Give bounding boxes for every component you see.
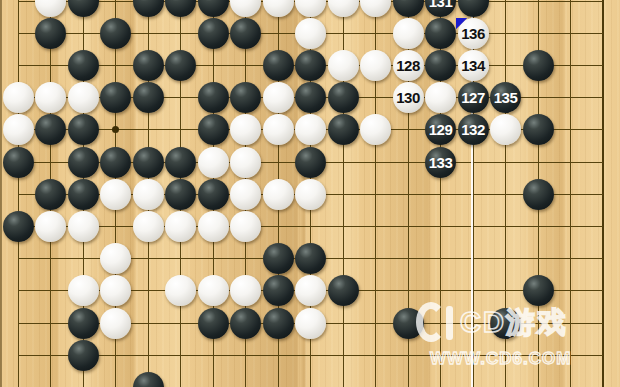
- stone-black[interactable]: [328, 82, 359, 113]
- stone-black[interactable]: [198, 82, 229, 113]
- stone-white[interactable]: [230, 211, 261, 242]
- stone-white[interactable]: [133, 211, 164, 242]
- stone-black[interactable]: [295, 82, 326, 113]
- stone-white[interactable]: [295, 308, 326, 339]
- move-number-label: 133: [429, 155, 453, 170]
- move-number-label: 127: [461, 90, 485, 105]
- stone-black[interactable]: [165, 50, 196, 81]
- stone-black[interactable]: [3, 147, 34, 178]
- stone-white[interactable]: [165, 211, 196, 242]
- stone-white[interactable]: [230, 147, 261, 178]
- move-number-label: 135: [494, 90, 518, 105]
- stone-white[interactable]: [393, 18, 424, 49]
- cd-logo-icon: [416, 300, 460, 346]
- stone-black[interactable]: 135: [490, 82, 521, 113]
- stone-white[interactable]: [263, 114, 294, 145]
- stone-white[interactable]: [263, 82, 294, 113]
- move-number-label: 132: [461, 122, 485, 137]
- move-number-label: 136: [461, 26, 485, 41]
- stone-black[interactable]: [198, 308, 229, 339]
- stone-white[interactable]: [230, 179, 261, 210]
- stone-black[interactable]: [263, 308, 294, 339]
- stone-black[interactable]: [230, 308, 261, 339]
- stone-black[interactable]: [198, 18, 229, 49]
- stone-white[interactable]: [198, 275, 229, 306]
- stone-white[interactable]: [3, 82, 34, 113]
- stone-black[interactable]: [68, 308, 99, 339]
- stone-black[interactable]: [35, 179, 66, 210]
- stone-black[interactable]: [100, 82, 131, 113]
- stone-black[interactable]: [100, 147, 131, 178]
- stone-white[interactable]: [198, 211, 229, 242]
- stone-white[interactable]: 128: [393, 50, 424, 81]
- watermark-url: WWW.CD6.COM: [430, 349, 616, 369]
- stone-white[interactable]: 134: [458, 50, 489, 81]
- stone-white[interactable]: [360, 50, 391, 81]
- stone-black[interactable]: [425, 50, 456, 81]
- stone-black[interactable]: [230, 18, 261, 49]
- stone-white[interactable]: [35, 82, 66, 113]
- stone-white[interactable]: [263, 179, 294, 210]
- move-number-label: 128: [396, 58, 420, 73]
- stone-black[interactable]: [165, 147, 196, 178]
- stone-black[interactable]: [68, 147, 99, 178]
- stone-white[interactable]: [68, 211, 99, 242]
- stone-black[interactable]: [263, 275, 294, 306]
- stone-white[interactable]: [3, 114, 34, 145]
- stone-white[interactable]: 130: [393, 82, 424, 113]
- move-number-label: 130: [396, 90, 420, 105]
- grid-hline: [18, 226, 603, 227]
- stone-black[interactable]: [68, 114, 99, 145]
- watermark-logo-text: CD游戏: [460, 303, 568, 343]
- stone-black[interactable]: [133, 50, 164, 81]
- stone-black[interactable]: [68, 340, 99, 371]
- stone-white[interactable]: [295, 18, 326, 49]
- stone-black[interactable]: [523, 50, 554, 81]
- stone-white[interactable]: [68, 275, 99, 306]
- stone-black[interactable]: [295, 243, 326, 274]
- stone-white[interactable]: [100, 179, 131, 210]
- stone-black[interactable]: [328, 114, 359, 145]
- stone-black[interactable]: 132: [458, 114, 489, 145]
- stone-black[interactable]: [295, 50, 326, 81]
- stone-white[interactable]: [295, 179, 326, 210]
- stone-white[interactable]: [425, 82, 456, 113]
- stone-black[interactable]: [328, 275, 359, 306]
- move-number-label: 134: [461, 58, 485, 73]
- stone-white[interactable]: [100, 243, 131, 274]
- stone-black[interactable]: [425, 18, 456, 49]
- stone-black[interactable]: [263, 50, 294, 81]
- stone-black[interactable]: [523, 114, 554, 145]
- stone-black[interactable]: [230, 82, 261, 113]
- stone-black[interactable]: [523, 179, 554, 210]
- stone-black[interactable]: [295, 147, 326, 178]
- stone-black[interactable]: [68, 179, 99, 210]
- stone-black[interactable]: [133, 82, 164, 113]
- stone-black[interactable]: 133: [425, 147, 456, 178]
- stone-black[interactable]: [100, 18, 131, 49]
- stone-black[interactable]: 127: [458, 82, 489, 113]
- go-board-screenshot: 131136128134130127135129132133 CD游戏 WWW.…: [0, 0, 620, 387]
- stone-black[interactable]: [198, 114, 229, 145]
- stone-black[interactable]: [68, 50, 99, 81]
- stone-black[interactable]: [35, 18, 66, 49]
- stone-white[interactable]: [198, 147, 229, 178]
- stone-white[interactable]: [133, 179, 164, 210]
- stone-black[interactable]: [3, 211, 34, 242]
- watermark: CD游戏 WWW.CD6.COM: [416, 300, 616, 369]
- stone-white[interactable]: [35, 211, 66, 242]
- stone-black[interactable]: [165, 179, 196, 210]
- stone-black[interactable]: [133, 147, 164, 178]
- stone-black[interactable]: [263, 243, 294, 274]
- stone-white[interactable]: [100, 308, 131, 339]
- stone-black[interactable]: [198, 179, 229, 210]
- stone-white[interactable]: [68, 82, 99, 113]
- board-left-border: [0, 0, 2, 387]
- stone-white[interactable]: [328, 50, 359, 81]
- move-number-label: 131: [429, 0, 453, 9]
- move-number-label: 129: [429, 122, 453, 137]
